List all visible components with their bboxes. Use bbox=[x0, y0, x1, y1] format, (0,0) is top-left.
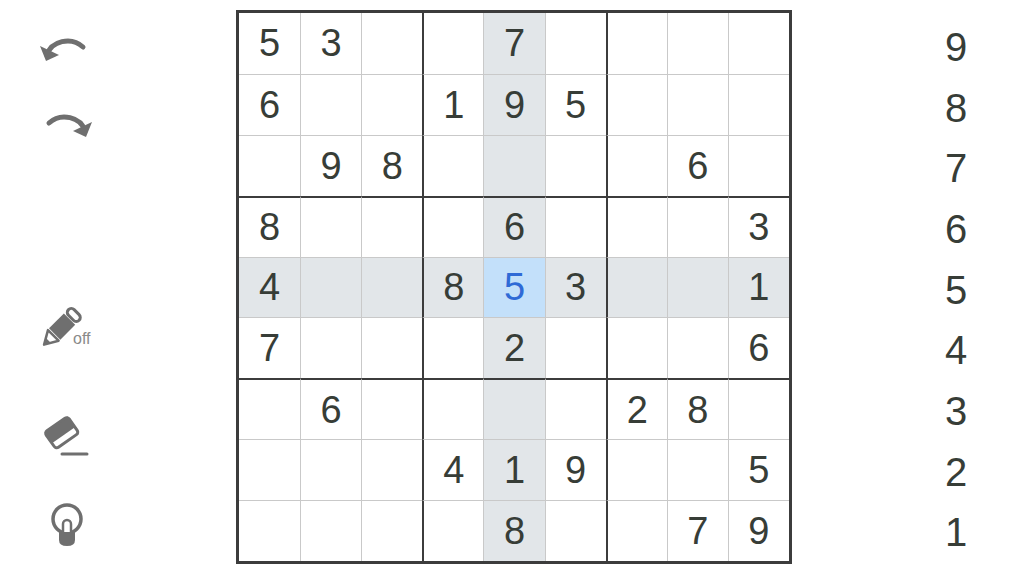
cell-r2c5[interactable]: 9 bbox=[483, 74, 544, 135]
pencil-icon bbox=[40, 304, 102, 354]
undo-button[interactable] bbox=[40, 30, 92, 64]
cell-r6c9[interactable]: 6 bbox=[728, 317, 789, 378]
cell-r1c1[interactable]: 5 bbox=[239, 13, 300, 74]
cell-r2c6[interactable]: 5 bbox=[545, 74, 606, 135]
cell-r8c5[interactable]: 1 bbox=[483, 439, 544, 500]
cell-r8c8[interactable] bbox=[667, 439, 728, 500]
numpad-8[interactable]: 8 bbox=[928, 78, 984, 139]
cell-r8c2[interactable] bbox=[300, 439, 361, 500]
cell-r8c7[interactable] bbox=[606, 439, 667, 500]
numpad: 987654321 bbox=[928, 17, 984, 563]
cell-r7c7[interactable]: 2 bbox=[606, 378, 667, 439]
cell-r6c5[interactable]: 2 bbox=[483, 317, 544, 378]
cell-r2c9[interactable] bbox=[728, 74, 789, 135]
cell-r1c6[interactable] bbox=[545, 13, 606, 74]
numpad-2[interactable]: 2 bbox=[928, 442, 984, 503]
cell-r6c3[interactable] bbox=[361, 317, 422, 378]
cell-r6c7[interactable] bbox=[606, 317, 667, 378]
cell-r9c5[interactable]: 8 bbox=[483, 500, 544, 561]
cell-r3c3[interactable]: 8 bbox=[361, 135, 422, 196]
cell-r4c5[interactable]: 6 bbox=[483, 196, 544, 257]
cell-r5c8[interactable] bbox=[667, 257, 728, 318]
cell-r9c2[interactable] bbox=[300, 500, 361, 561]
numpad-6[interactable]: 6 bbox=[928, 199, 984, 260]
cell-r3c8[interactable]: 6 bbox=[667, 135, 728, 196]
cell-r3c1[interactable] bbox=[239, 135, 300, 196]
cell-r6c8[interactable] bbox=[667, 317, 728, 378]
cell-r9c7[interactable] bbox=[606, 500, 667, 561]
cell-r5c4[interactable]: 8 bbox=[422, 257, 483, 318]
cell-r4c4[interactable] bbox=[422, 196, 483, 257]
cell-r3c9[interactable] bbox=[728, 135, 789, 196]
cell-r1c9[interactable] bbox=[728, 13, 789, 74]
cell-r7c3[interactable] bbox=[361, 378, 422, 439]
cell-r9c1[interactable] bbox=[239, 500, 300, 561]
cell-r5c5[interactable]: 5 bbox=[483, 257, 544, 318]
cell-r6c1[interactable]: 7 bbox=[239, 317, 300, 378]
cell-r9c6[interactable] bbox=[545, 500, 606, 561]
numpad-9[interactable]: 9 bbox=[928, 17, 984, 78]
cell-r6c6[interactable] bbox=[545, 317, 606, 378]
cell-r7c2[interactable]: 6 bbox=[300, 378, 361, 439]
sudoku-board: 5376195986863485317266284195879 bbox=[236, 10, 792, 564]
cell-r9c3[interactable] bbox=[361, 500, 422, 561]
cell-r1c3[interactable] bbox=[361, 13, 422, 74]
cell-r9c9[interactable]: 9 bbox=[728, 500, 789, 561]
cell-r2c4[interactable]: 1 bbox=[422, 74, 483, 135]
cell-r2c8[interactable] bbox=[667, 74, 728, 135]
numpad-5[interactable]: 5 bbox=[928, 260, 984, 321]
cell-r8c4[interactable]: 4 bbox=[422, 439, 483, 500]
cell-r8c1[interactable] bbox=[239, 439, 300, 500]
pencil-state-label: off bbox=[73, 330, 91, 348]
undo-icon bbox=[40, 32, 92, 62]
cell-r3c5[interactable] bbox=[483, 135, 544, 196]
cell-r2c3[interactable] bbox=[361, 74, 422, 135]
cell-r2c1[interactable]: 6 bbox=[239, 74, 300, 135]
cell-r6c4[interactable] bbox=[422, 317, 483, 378]
cell-r7c6[interactable] bbox=[545, 378, 606, 439]
cell-r8c6[interactable]: 9 bbox=[545, 439, 606, 500]
pencil-notes-toggle[interactable]: off bbox=[40, 300, 102, 358]
cell-r9c8[interactable]: 7 bbox=[667, 500, 728, 561]
eraser-icon bbox=[42, 414, 96, 462]
lightbulb-icon bbox=[48, 502, 88, 552]
numpad-3[interactable]: 3 bbox=[928, 381, 984, 442]
numpad-1[interactable]: 1 bbox=[928, 503, 984, 564]
cell-r7c8[interactable]: 8 bbox=[667, 378, 728, 439]
cell-r4c7[interactable] bbox=[606, 196, 667, 257]
cell-r7c5[interactable] bbox=[483, 378, 544, 439]
numpad-7[interactable]: 7 bbox=[928, 138, 984, 199]
cell-r8c9[interactable]: 5 bbox=[728, 439, 789, 500]
cell-r1c7[interactable] bbox=[606, 13, 667, 74]
cell-r3c2[interactable]: 9 bbox=[300, 135, 361, 196]
cell-r5c2[interactable] bbox=[300, 257, 361, 318]
redo-button[interactable] bbox=[44, 106, 96, 140]
cell-r5c9[interactable]: 1 bbox=[728, 257, 789, 318]
cell-r1c4[interactable] bbox=[422, 13, 483, 74]
cell-r9c4[interactable] bbox=[422, 500, 483, 561]
cell-r4c9[interactable]: 3 bbox=[728, 196, 789, 257]
cell-r7c4[interactable] bbox=[422, 378, 483, 439]
cell-r3c7[interactable] bbox=[606, 135, 667, 196]
cell-r2c7[interactable] bbox=[606, 74, 667, 135]
cell-r4c8[interactable] bbox=[667, 196, 728, 257]
cell-r1c5[interactable]: 7 bbox=[483, 13, 544, 74]
numpad-4[interactable]: 4 bbox=[928, 320, 984, 381]
cell-r4c1[interactable]: 8 bbox=[239, 196, 300, 257]
eraser-button[interactable] bbox=[42, 412, 96, 464]
cell-r4c6[interactable] bbox=[545, 196, 606, 257]
cell-r5c1[interactable]: 4 bbox=[239, 257, 300, 318]
cell-r3c4[interactable] bbox=[422, 135, 483, 196]
cell-r5c7[interactable] bbox=[606, 257, 667, 318]
cell-r3c6[interactable] bbox=[545, 135, 606, 196]
cell-r5c6[interactable]: 3 bbox=[545, 257, 606, 318]
redo-icon bbox=[44, 108, 96, 138]
cell-r7c1[interactable] bbox=[239, 378, 300, 439]
cell-r5c3[interactable] bbox=[361, 257, 422, 318]
cell-r1c8[interactable] bbox=[667, 13, 728, 74]
cell-r4c2[interactable] bbox=[300, 196, 361, 257]
cell-r4c3[interactable] bbox=[361, 196, 422, 257]
cell-r7c9[interactable] bbox=[728, 378, 789, 439]
cell-r2c2[interactable] bbox=[300, 74, 361, 135]
hint-button[interactable] bbox=[48, 500, 88, 554]
cell-r1c2[interactable]: 3 bbox=[300, 13, 361, 74]
cell-r8c3[interactable] bbox=[361, 439, 422, 500]
cell-r6c2[interactable] bbox=[300, 317, 361, 378]
